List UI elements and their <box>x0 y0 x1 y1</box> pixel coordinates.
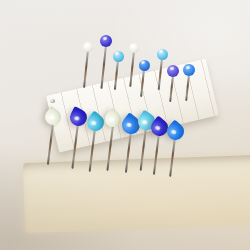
glass-highlight <box>170 67 175 71</box>
glass-highlight <box>74 115 80 120</box>
round-pin-head-3-aqua-blue <box>113 51 124 62</box>
round-pin-head-4-pearl-white <box>129 43 139 53</box>
glass-highlight <box>115 52 119 56</box>
round-pin-shaft-1 <box>83 50 88 88</box>
glass-highlight <box>141 61 145 65</box>
round-pin-head-1-pearl-white <box>83 42 93 52</box>
round-pin-head-8-azure-blue <box>183 64 195 76</box>
foam-block <box>23 155 250 233</box>
glass-highlight <box>103 37 108 41</box>
small-metal-pinhead <box>50 99 55 103</box>
pin-holder-photo <box>0 0 250 250</box>
round-pin-head-6-aqua-blue <box>157 49 168 60</box>
glass-highlight <box>186 66 191 70</box>
glass-highlight <box>142 119 148 124</box>
round-pin-head-5-bright-blue <box>139 60 150 71</box>
glass-highlight <box>85 43 89 47</box>
teardrop-pin-shaft-1 <box>47 123 54 165</box>
glass-highlight <box>131 44 135 48</box>
round-pin-head-2-royal-blue <box>100 35 112 47</box>
glass-highlight <box>159 50 163 54</box>
round-pin-head-7-violet-blue <box>167 65 179 77</box>
